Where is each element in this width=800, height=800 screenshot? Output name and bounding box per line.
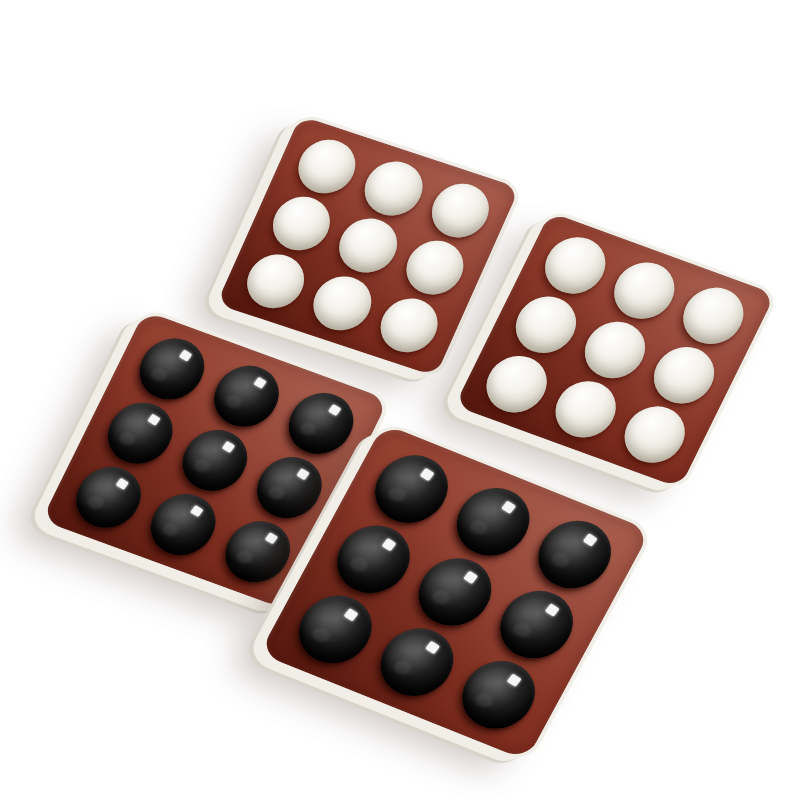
tray-cell xyxy=(276,384,366,462)
tray-cell xyxy=(138,485,228,563)
black-marble[interactable] xyxy=(278,384,365,462)
white-marble[interactable] xyxy=(423,176,498,245)
black-marble[interactable] xyxy=(140,485,227,563)
tray-cell xyxy=(544,373,628,445)
tray-cell xyxy=(236,247,315,315)
white-marble[interactable] xyxy=(604,255,684,327)
black-marble[interactable] xyxy=(324,515,422,603)
white-marble[interactable] xyxy=(644,339,724,411)
tray-cell xyxy=(287,132,366,200)
white-marble[interactable] xyxy=(535,230,615,302)
tray-cell xyxy=(244,448,334,526)
black-marble[interactable] xyxy=(215,512,302,590)
tray-cell xyxy=(322,515,424,603)
tray-cell xyxy=(366,618,468,706)
white-marble[interactable] xyxy=(575,314,655,386)
tray-cell xyxy=(504,289,588,361)
tray-cell xyxy=(448,651,550,739)
white-marble[interactable] xyxy=(477,348,557,420)
product-photo-scene xyxy=(0,0,800,800)
white-marble[interactable] xyxy=(397,234,472,303)
tray-cell xyxy=(262,190,341,258)
black-marble[interactable] xyxy=(172,421,259,499)
tray-cell xyxy=(127,330,217,408)
black-marble[interactable] xyxy=(488,581,586,669)
tray-cell xyxy=(395,234,474,302)
white-marble[interactable] xyxy=(371,291,446,360)
white-marble[interactable] xyxy=(506,289,586,361)
black-marble[interactable] xyxy=(526,511,624,599)
white-marble[interactable] xyxy=(546,373,626,445)
tray-cell xyxy=(303,270,382,338)
tray-top-white-marbles xyxy=(216,115,520,376)
tray-cell xyxy=(486,581,588,669)
tray-cell xyxy=(404,548,506,636)
tray-cell xyxy=(201,357,291,435)
tray-cell xyxy=(602,255,686,327)
tray-cell xyxy=(613,398,697,470)
black-marble[interactable] xyxy=(444,478,542,566)
tray-cell xyxy=(475,348,559,420)
tray-cell xyxy=(170,421,260,499)
black-marble[interactable] xyxy=(129,330,216,408)
tray-cell xyxy=(642,339,726,411)
white-marble[interactable] xyxy=(673,280,753,352)
black-marble[interactable] xyxy=(246,448,333,526)
black-marble[interactable] xyxy=(203,357,290,435)
white-marble[interactable] xyxy=(615,398,695,470)
black-marble[interactable] xyxy=(66,458,153,536)
black-marble[interactable] xyxy=(450,651,548,739)
black-marble[interactable] xyxy=(362,445,460,533)
black-marble[interactable] xyxy=(368,618,466,706)
tray-cell xyxy=(284,586,386,674)
white-marble[interactable] xyxy=(305,269,380,338)
tray-cell xyxy=(671,280,755,352)
black-marble[interactable] xyxy=(286,585,384,673)
tray-cell xyxy=(95,394,185,472)
tray-cell xyxy=(329,212,408,280)
black-marble[interactable] xyxy=(406,548,504,636)
tray-cell xyxy=(354,154,433,222)
white-marble[interactable] xyxy=(330,212,405,281)
white-marble[interactable] xyxy=(238,247,313,316)
tray-cell xyxy=(573,314,657,386)
tray-cell xyxy=(213,512,303,590)
black-marble[interactable] xyxy=(97,394,184,472)
white-marble[interactable] xyxy=(263,190,338,259)
tray-cell xyxy=(534,230,618,302)
tray-cell xyxy=(361,445,463,533)
tray-cell xyxy=(442,478,544,566)
tray-cell xyxy=(370,292,449,360)
white-marble[interactable] xyxy=(356,154,431,223)
white-marble[interactable] xyxy=(289,132,364,201)
tray-cell xyxy=(64,458,154,536)
tray-cell xyxy=(524,511,626,599)
tray-right-white-marbles xyxy=(454,212,775,488)
tray-cell xyxy=(421,177,500,245)
